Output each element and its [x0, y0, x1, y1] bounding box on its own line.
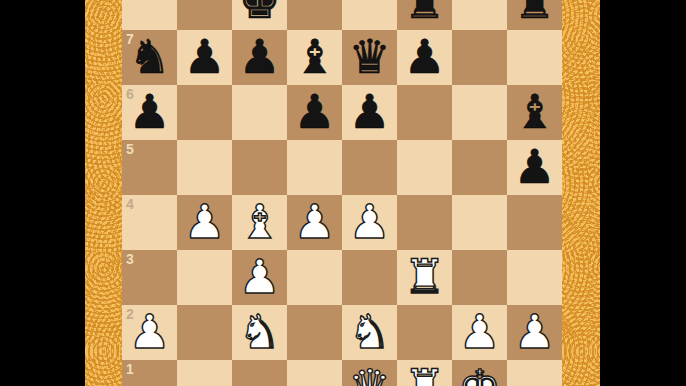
square-f2 [397, 305, 452, 360]
square-e7: ♛ [342, 30, 397, 85]
piece-white-pawn-e4: ♟ [348, 198, 390, 245]
piece-black-rook-h8: ♜ [513, 0, 555, 25]
square-b6 [177, 85, 232, 140]
square-e3 [342, 250, 397, 305]
square-f1: ♜ [397, 360, 452, 386]
square-h3 [507, 250, 562, 305]
square-g4 [452, 195, 507, 250]
square-h5: ♟ [507, 140, 562, 195]
piece-white-pawn-a2: ♟ [128, 308, 170, 355]
square-e4: ♟ [342, 195, 397, 250]
square-c7: ♟ [232, 30, 287, 85]
square-d3 [287, 250, 342, 305]
rank-label-3: 3 [126, 252, 134, 266]
square-h8: ♜ [507, 0, 562, 30]
square-a1: 1 [122, 360, 177, 386]
square-a5: 5 [122, 140, 177, 195]
piece-black-pawn-h5: ♟ [513, 143, 555, 190]
square-g1: ♚ [452, 360, 507, 386]
piece-white-knight-c2: ♞ [238, 308, 280, 355]
square-c5 [232, 140, 287, 195]
square-f6 [397, 85, 452, 140]
square-h7 [507, 30, 562, 85]
piece-white-queen-e1: ♛ [348, 363, 390, 386]
square-f4 [397, 195, 452, 250]
square-g7 [452, 30, 507, 85]
piece-black-pawn-e6: ♟ [348, 88, 390, 135]
piece-black-rook-f8: ♜ [403, 0, 445, 25]
square-a6: 6♟ [122, 85, 177, 140]
piece-black-king-c8: ♚ [238, 0, 280, 25]
square-f3: ♜ [397, 250, 452, 305]
piece-black-pawn-f7: ♟ [403, 33, 445, 80]
rank-label-5: 5 [126, 142, 134, 156]
thumbnail-canvas: ♚♜♜7♞♟♟♝♛♟6♟♟♟♝5♟4♟♝♟♟3♟♜2♟♞♞♟♟1♛♜♚ [0, 0, 686, 386]
square-g8 [452, 0, 507, 30]
square-d6: ♟ [287, 85, 342, 140]
square-g5 [452, 140, 507, 195]
square-g2: ♟ [452, 305, 507, 360]
square-d2 [287, 305, 342, 360]
piece-white-pawn-c3: ♟ [238, 253, 280, 300]
piece-white-pawn-g2: ♟ [458, 308, 500, 355]
square-a8 [122, 0, 177, 30]
square-e5 [342, 140, 397, 195]
piece-white-pawn-b4: ♟ [183, 198, 225, 245]
rank-label-1: 1 [126, 362, 134, 376]
square-e2: ♞ [342, 305, 397, 360]
square-h1 [507, 360, 562, 386]
square-b8 [177, 0, 232, 30]
piece-black-pawn-b7: ♟ [183, 33, 225, 80]
square-g3 [452, 250, 507, 305]
square-b1 [177, 360, 232, 386]
square-a2: 2♟ [122, 305, 177, 360]
square-d8 [287, 0, 342, 30]
square-b3 [177, 250, 232, 305]
square-b4: ♟ [177, 195, 232, 250]
piece-white-bishop-c4: ♝ [238, 198, 280, 245]
square-h2: ♟ [507, 305, 562, 360]
piece-black-pawn-c7: ♟ [238, 33, 280, 80]
square-a3: 3 [122, 250, 177, 305]
piece-black-pawn-a6: ♟ [128, 88, 170, 135]
square-b2 [177, 305, 232, 360]
piece-black-bishop-d7: ♝ [293, 33, 335, 80]
piece-black-knight-a7: ♞ [128, 33, 170, 80]
square-c4: ♝ [232, 195, 287, 250]
piece-white-pawn-h2: ♟ [513, 308, 555, 355]
piece-white-king-g1: ♚ [458, 363, 500, 386]
square-f5 [397, 140, 452, 195]
square-d4: ♟ [287, 195, 342, 250]
square-h6: ♝ [507, 85, 562, 140]
square-c1 [232, 360, 287, 386]
square-d7: ♝ [287, 30, 342, 85]
square-g6 [452, 85, 507, 140]
square-a7: 7♞ [122, 30, 177, 85]
piece-white-pawn-d4: ♟ [293, 198, 335, 245]
piece-white-rook-f3: ♜ [403, 253, 445, 300]
chess-board: ♚♜♜7♞♟♟♝♛♟6♟♟♟♝5♟4♟♝♟♟3♟♜2♟♞♞♟♟1♛♜♚ [122, 0, 562, 386]
piece-black-bishop-h6: ♝ [513, 88, 555, 135]
piece-white-rook-f1: ♜ [403, 363, 445, 386]
square-c8: ♚ [232, 0, 287, 30]
square-e1: ♛ [342, 360, 397, 386]
piece-white-knight-e2: ♞ [348, 308, 390, 355]
square-f8: ♜ [397, 0, 452, 30]
square-a4: 4 [122, 195, 177, 250]
square-b5 [177, 140, 232, 195]
square-c2: ♞ [232, 305, 287, 360]
square-e6: ♟ [342, 85, 397, 140]
square-d5 [287, 140, 342, 195]
square-d1 [287, 360, 342, 386]
piece-black-pawn-d6: ♟ [293, 88, 335, 135]
piece-black-queen-e7: ♛ [348, 33, 390, 80]
square-c6 [232, 85, 287, 140]
square-c3: ♟ [232, 250, 287, 305]
square-f7: ♟ [397, 30, 452, 85]
square-h4 [507, 195, 562, 250]
rank-label-4: 4 [126, 197, 134, 211]
square-b7: ♟ [177, 30, 232, 85]
square-e8 [342, 0, 397, 30]
